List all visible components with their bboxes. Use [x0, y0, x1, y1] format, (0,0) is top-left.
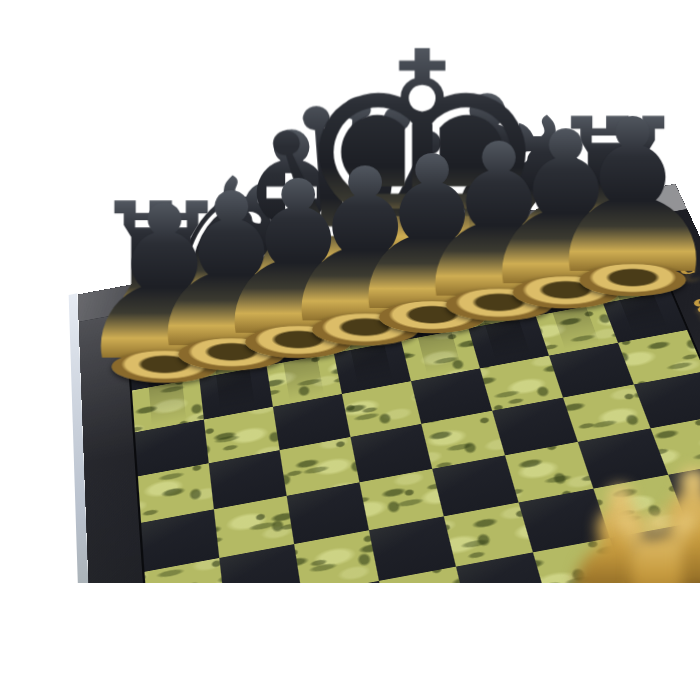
pawn-glyph: ♟	[537, 107, 700, 288]
photo-bottom-crop	[0, 583, 700, 700]
pawn-billboard: ♟	[439, 107, 700, 288]
piece-dark-pawn-a2: ♟	[589, 253, 671, 303]
product-photo-chess-set: HGFEDCBA 12345678 ♜♞♝♛♚♝♞♜♟♟♟♟♟♟♟♟ ♟♟♜	[0, 0, 700, 700]
